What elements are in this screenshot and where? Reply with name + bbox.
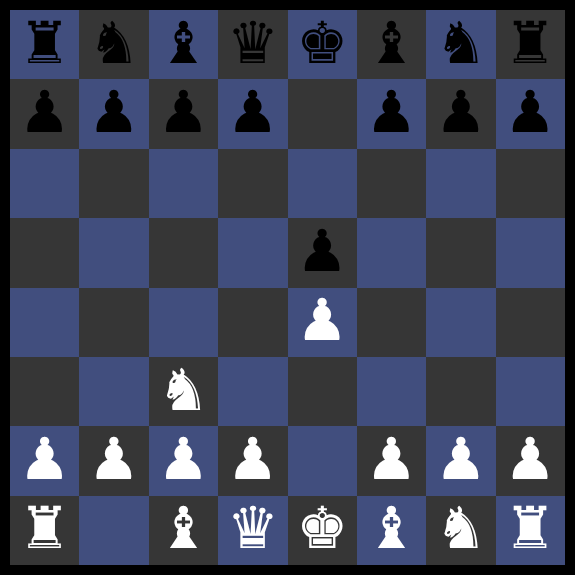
- square-c7[interactable]: ♟: [149, 79, 218, 148]
- piece-black-bishop-f8[interactable]: ♝: [366, 14, 418, 72]
- square-h7[interactable]: ♟: [496, 79, 565, 148]
- square-b6[interactable]: [79, 149, 148, 218]
- piece-white-bishop-f1[interactable]: ♝: [366, 499, 418, 557]
- square-e2[interactable]: [288, 426, 357, 495]
- piece-white-pawn-d2[interactable]: ♟: [227, 430, 279, 488]
- square-g4[interactable]: [426, 288, 495, 357]
- piece-black-pawn-g7[interactable]: ♟: [435, 83, 487, 141]
- square-e6[interactable]: [288, 149, 357, 218]
- square-e7[interactable]: [288, 79, 357, 148]
- square-e8[interactable]: ♚: [288, 10, 357, 79]
- piece-black-pawn-f7[interactable]: ♟: [366, 83, 418, 141]
- square-b1[interactable]: [79, 496, 148, 565]
- square-c1[interactable]: ♝: [149, 496, 218, 565]
- square-d2[interactable]: ♟: [218, 426, 287, 495]
- piece-black-pawn-h7[interactable]: ♟: [504, 83, 556, 141]
- square-f1[interactable]: ♝: [357, 496, 426, 565]
- piece-black-pawn-a7[interactable]: ♟: [19, 83, 71, 141]
- square-f3[interactable]: [357, 357, 426, 426]
- square-g8[interactable]: ♞: [426, 10, 495, 79]
- square-h4[interactable]: [496, 288, 565, 357]
- square-a4[interactable]: [10, 288, 79, 357]
- square-b5[interactable]: [79, 218, 148, 287]
- square-g6[interactable]: [426, 149, 495, 218]
- piece-white-pawn-f2[interactable]: ♟: [366, 430, 418, 488]
- square-c5[interactable]: [149, 218, 218, 287]
- piece-black-pawn-b7[interactable]: ♟: [88, 83, 140, 141]
- piece-white-bishop-c1[interactable]: ♝: [157, 499, 209, 557]
- square-d4[interactable]: [218, 288, 287, 357]
- piece-white-pawn-g2[interactable]: ♟: [435, 430, 487, 488]
- square-g5[interactable]: [426, 218, 495, 287]
- square-f2[interactable]: ♟: [357, 426, 426, 495]
- square-h1[interactable]: ♜: [496, 496, 565, 565]
- square-g2[interactable]: ♟: [426, 426, 495, 495]
- square-g1[interactable]: ♞: [426, 496, 495, 565]
- square-c2[interactable]: ♟: [149, 426, 218, 495]
- piece-white-knight-c3[interactable]: ♞: [157, 361, 209, 419]
- piece-white-rook-a1[interactable]: ♜: [19, 499, 71, 557]
- square-a2[interactable]: ♟: [10, 426, 79, 495]
- square-c8[interactable]: ♝: [149, 10, 218, 79]
- piece-white-pawn-b2[interactable]: ♟: [88, 430, 140, 488]
- square-b7[interactable]: ♟: [79, 79, 148, 148]
- square-b3[interactable]: [79, 357, 148, 426]
- piece-white-queen-d1[interactable]: ♛: [227, 499, 279, 557]
- square-f7[interactable]: ♟: [357, 79, 426, 148]
- board-grid: ♜♞♝♛♚♝♞♜♟♟♟♟♟♟♟♟♟♞♟♟♟♟♟♟♟♜♝♛♚♝♞♜: [10, 10, 565, 565]
- piece-black-bishop-c8[interactable]: ♝: [157, 14, 209, 72]
- square-a1[interactable]: ♜: [10, 496, 79, 565]
- piece-black-pawn-e5[interactable]: ♟: [296, 222, 348, 280]
- square-f5[interactable]: [357, 218, 426, 287]
- square-d8[interactable]: ♛: [218, 10, 287, 79]
- square-f6[interactable]: [357, 149, 426, 218]
- piece-white-rook-h1[interactable]: ♜: [504, 499, 556, 557]
- square-d3[interactable]: [218, 357, 287, 426]
- square-b2[interactable]: ♟: [79, 426, 148, 495]
- piece-white-pawn-c2[interactable]: ♟: [157, 430, 209, 488]
- piece-white-knight-g1[interactable]: ♞: [435, 499, 487, 557]
- square-e4[interactable]: ♟: [288, 288, 357, 357]
- square-c3[interactable]: ♞: [149, 357, 218, 426]
- square-h2[interactable]: ♟: [496, 426, 565, 495]
- piece-white-king-e1[interactable]: ♚: [296, 499, 348, 557]
- square-f4[interactable]: [357, 288, 426, 357]
- piece-white-pawn-a2[interactable]: ♟: [19, 430, 71, 488]
- square-a6[interactable]: [10, 149, 79, 218]
- piece-black-king-e8[interactable]: ♚: [296, 14, 348, 72]
- square-g7[interactable]: ♟: [426, 79, 495, 148]
- square-c6[interactable]: [149, 149, 218, 218]
- square-b8[interactable]: ♞: [79, 10, 148, 79]
- square-f8[interactable]: ♝: [357, 10, 426, 79]
- square-a5[interactable]: [10, 218, 79, 287]
- square-a3[interactable]: [10, 357, 79, 426]
- square-d1[interactable]: ♛: [218, 496, 287, 565]
- square-h3[interactable]: [496, 357, 565, 426]
- piece-white-pawn-e4[interactable]: ♟: [296, 291, 348, 349]
- square-c4[interactable]: [149, 288, 218, 357]
- square-e3[interactable]: [288, 357, 357, 426]
- square-h6[interactable]: [496, 149, 565, 218]
- piece-black-knight-g8[interactable]: ♞: [435, 14, 487, 72]
- square-g3[interactable]: [426, 357, 495, 426]
- piece-white-pawn-h2[interactable]: ♟: [504, 430, 556, 488]
- square-d7[interactable]: ♟: [218, 79, 287, 148]
- square-e1[interactable]: ♚: [288, 496, 357, 565]
- chess-board: ♜♞♝♛♚♝♞♜♟♟♟♟♟♟♟♟♟♞♟♟♟♟♟♟♟♜♝♛♚♝♞♜: [0, 0, 575, 575]
- square-a8[interactable]: ♜: [10, 10, 79, 79]
- piece-black-queen-d8[interactable]: ♛: [227, 14, 279, 72]
- piece-black-pawn-c7[interactable]: ♟: [157, 83, 209, 141]
- piece-black-rook-h8[interactable]: ♜: [504, 14, 556, 72]
- square-b4[interactable]: [79, 288, 148, 357]
- square-h8[interactable]: ♜: [496, 10, 565, 79]
- square-d6[interactable]: [218, 149, 287, 218]
- piece-black-knight-b8[interactable]: ♞: [88, 14, 140, 72]
- square-h5[interactable]: [496, 218, 565, 287]
- piece-black-rook-a8[interactable]: ♜: [19, 14, 71, 72]
- square-a7[interactable]: ♟: [10, 79, 79, 148]
- square-e5[interactable]: ♟: [288, 218, 357, 287]
- piece-black-pawn-d7[interactable]: ♟: [227, 83, 279, 141]
- square-d5[interactable]: [218, 218, 287, 287]
